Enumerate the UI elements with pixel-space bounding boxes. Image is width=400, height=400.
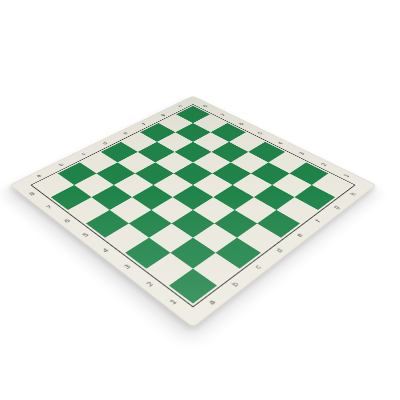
file-label-h: h: [337, 185, 370, 204]
file-label-e: e: [282, 225, 317, 247]
rank-label-7: 7: [210, 108, 235, 121]
file-label-g: g: [320, 197, 354, 217]
chessboard: 87654321 87654321 hgfedcba hgfedcba: [9, 96, 377, 329]
rank-label-1: 1: [155, 289, 193, 317]
file-label-a: a: [193, 289, 231, 317]
file-label-d: d: [262, 239, 298, 262]
rank-label-5: 5: [69, 225, 104, 247]
product-photo-canvas: 87654321 87654321 hgfedcba hgfedcba: [0, 0, 400, 400]
file-label-c: c: [240, 255, 276, 280]
rank-label-8: 8: [16, 185, 49, 204]
board-frame-line: [30, 104, 355, 307]
rank-label-8: 8: [193, 100, 218, 113]
rank-label-6: 6: [50, 211, 84, 232]
playing-field: [35, 106, 352, 304]
file-label-b: b: [217, 271, 254, 297]
rank-label-7: 7: [33, 197, 67, 217]
rank-label-2: 2: [131, 271, 168, 297]
file-label-f: f: [302, 211, 336, 232]
rank-label-3: 3: [109, 255, 145, 280]
rank-label-4: 4: [88, 239, 124, 262]
